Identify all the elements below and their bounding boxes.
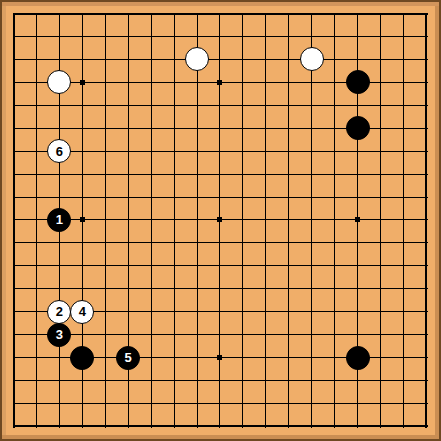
intersection[interactable] bbox=[208, 277, 231, 300]
intersection[interactable] bbox=[140, 277, 163, 300]
intersection[interactable] bbox=[346, 94, 369, 117]
intersection[interactable] bbox=[48, 48, 71, 71]
intersection[interactable] bbox=[117, 71, 140, 94]
intersection[interactable] bbox=[186, 94, 209, 117]
intersection[interactable] bbox=[186, 2, 209, 25]
intersection[interactable] bbox=[300, 323, 323, 346]
intersection[interactable] bbox=[2, 163, 25, 186]
intersection[interactable] bbox=[163, 415, 186, 438]
intersection[interactable] bbox=[25, 186, 48, 209]
intersection[interactable] bbox=[392, 346, 415, 369]
intersection[interactable] bbox=[392, 2, 415, 25]
intersection[interactable] bbox=[25, 231, 48, 254]
intersection[interactable] bbox=[346, 369, 369, 392]
intersection[interactable] bbox=[369, 231, 392, 254]
intersection[interactable] bbox=[140, 140, 163, 163]
intersection[interactable] bbox=[208, 2, 231, 25]
intersection[interactable] bbox=[392, 231, 415, 254]
intersection[interactable] bbox=[346, 2, 369, 25]
intersection[interactable] bbox=[2, 231, 25, 254]
intersection[interactable] bbox=[140, 94, 163, 117]
intersection[interactable] bbox=[231, 186, 254, 209]
intersection[interactable] bbox=[140, 117, 163, 140]
intersection[interactable] bbox=[231, 300, 254, 323]
intersection[interactable] bbox=[94, 346, 117, 369]
intersection[interactable] bbox=[25, 323, 48, 346]
stone-white[interactable] bbox=[300, 47, 324, 71]
intersection[interactable] bbox=[94, 186, 117, 209]
intersection[interactable] bbox=[323, 323, 346, 346]
intersection[interactable] bbox=[415, 71, 438, 94]
intersection[interactable] bbox=[2, 117, 25, 140]
intersection[interactable] bbox=[254, 48, 277, 71]
intersection[interactable] bbox=[323, 392, 346, 415]
intersection[interactable] bbox=[186, 254, 209, 277]
intersection[interactable] bbox=[163, 392, 186, 415]
intersection[interactable] bbox=[300, 346, 323, 369]
intersection[interactable] bbox=[300, 163, 323, 186]
intersection[interactable] bbox=[231, 208, 254, 231]
intersection[interactable] bbox=[208, 208, 231, 231]
intersection[interactable] bbox=[2, 323, 25, 346]
intersection[interactable] bbox=[254, 277, 277, 300]
intersection[interactable] bbox=[94, 254, 117, 277]
intersection[interactable] bbox=[415, 140, 438, 163]
intersection[interactable] bbox=[48, 392, 71, 415]
intersection[interactable] bbox=[25, 25, 48, 48]
stone-black[interactable] bbox=[346, 346, 370, 370]
intersection[interactable] bbox=[2, 346, 25, 369]
intersection[interactable] bbox=[300, 186, 323, 209]
intersection[interactable] bbox=[94, 94, 117, 117]
intersection[interactable] bbox=[25, 163, 48, 186]
intersection[interactable] bbox=[48, 163, 71, 186]
intersection[interactable] bbox=[140, 369, 163, 392]
intersection[interactable] bbox=[277, 415, 300, 438]
intersection[interactable] bbox=[117, 392, 140, 415]
intersection[interactable] bbox=[346, 300, 369, 323]
intersection[interactable] bbox=[71, 323, 94, 346]
intersection[interactable] bbox=[369, 323, 392, 346]
intersection[interactable] bbox=[415, 231, 438, 254]
intersection[interactable] bbox=[94, 71, 117, 94]
intersection[interactable] bbox=[117, 186, 140, 209]
intersection[interactable] bbox=[277, 25, 300, 48]
intersection[interactable] bbox=[277, 140, 300, 163]
intersection[interactable] bbox=[254, 25, 277, 48]
intersection[interactable] bbox=[117, 25, 140, 48]
intersection[interactable] bbox=[369, 94, 392, 117]
intersection[interactable] bbox=[25, 300, 48, 323]
intersection[interactable] bbox=[392, 392, 415, 415]
intersection[interactable] bbox=[231, 369, 254, 392]
intersection[interactable] bbox=[323, 2, 346, 25]
intersection[interactable] bbox=[346, 48, 369, 71]
intersection[interactable] bbox=[25, 140, 48, 163]
intersection[interactable] bbox=[415, 300, 438, 323]
intersection[interactable] bbox=[323, 254, 346, 277]
intersection[interactable] bbox=[300, 254, 323, 277]
intersection[interactable] bbox=[94, 140, 117, 163]
intersection[interactable] bbox=[48, 71, 71, 94]
intersection[interactable] bbox=[231, 254, 254, 277]
intersection[interactable] bbox=[2, 48, 25, 71]
intersection[interactable] bbox=[346, 140, 369, 163]
intersection[interactable] bbox=[346, 277, 369, 300]
intersection[interactable] bbox=[277, 254, 300, 277]
intersection[interactable] bbox=[117, 415, 140, 438]
intersection[interactable] bbox=[140, 208, 163, 231]
intersection[interactable] bbox=[323, 48, 346, 71]
intersection[interactable] bbox=[300, 71, 323, 94]
intersection[interactable] bbox=[415, 277, 438, 300]
intersection[interactable] bbox=[323, 117, 346, 140]
intersection[interactable] bbox=[231, 415, 254, 438]
intersection[interactable] bbox=[369, 163, 392, 186]
intersection[interactable] bbox=[415, 48, 438, 71]
intersection[interactable] bbox=[2, 208, 25, 231]
intersection[interactable] bbox=[392, 48, 415, 71]
intersection[interactable] bbox=[117, 300, 140, 323]
intersection[interactable] bbox=[369, 392, 392, 415]
intersection[interactable] bbox=[369, 2, 392, 25]
intersection[interactable] bbox=[117, 323, 140, 346]
intersection[interactable] bbox=[277, 392, 300, 415]
intersection[interactable] bbox=[277, 323, 300, 346]
intersection[interactable] bbox=[94, 392, 117, 415]
stone-black[interactable] bbox=[346, 116, 370, 140]
intersection[interactable] bbox=[300, 300, 323, 323]
intersection[interactable] bbox=[71, 392, 94, 415]
intersection[interactable] bbox=[163, 346, 186, 369]
intersection[interactable] bbox=[140, 25, 163, 48]
intersection[interactable] bbox=[140, 415, 163, 438]
intersection[interactable] bbox=[117, 231, 140, 254]
intersection[interactable] bbox=[208, 186, 231, 209]
intersection[interactable] bbox=[254, 2, 277, 25]
intersection[interactable] bbox=[277, 346, 300, 369]
intersection[interactable] bbox=[208, 369, 231, 392]
intersection[interactable] bbox=[300, 392, 323, 415]
intersection[interactable] bbox=[186, 208, 209, 231]
intersection[interactable] bbox=[231, 231, 254, 254]
intersection[interactable] bbox=[71, 254, 94, 277]
intersection[interactable] bbox=[254, 163, 277, 186]
intersection[interactable] bbox=[186, 231, 209, 254]
intersection[interactable] bbox=[71, 208, 94, 231]
intersection[interactable] bbox=[94, 369, 117, 392]
intersection[interactable] bbox=[71, 163, 94, 186]
intersection[interactable] bbox=[71, 94, 94, 117]
stone-white-2[interactable]: 2 bbox=[47, 300, 71, 324]
intersection[interactable] bbox=[369, 346, 392, 369]
intersection[interactable] bbox=[346, 254, 369, 277]
intersection[interactable] bbox=[392, 277, 415, 300]
intersection[interactable] bbox=[208, 300, 231, 323]
intersection[interactable] bbox=[71, 117, 94, 140]
intersection[interactable] bbox=[415, 346, 438, 369]
intersection[interactable] bbox=[208, 140, 231, 163]
intersection[interactable] bbox=[94, 117, 117, 140]
intersection[interactable] bbox=[94, 25, 117, 48]
intersection[interactable] bbox=[117, 208, 140, 231]
intersection[interactable] bbox=[48, 231, 71, 254]
intersection[interactable] bbox=[163, 186, 186, 209]
intersection[interactable] bbox=[392, 323, 415, 346]
intersection[interactable] bbox=[163, 48, 186, 71]
intersection[interactable] bbox=[300, 48, 323, 71]
intersection[interactable] bbox=[186, 25, 209, 48]
intersection[interactable] bbox=[323, 140, 346, 163]
intersection[interactable] bbox=[231, 94, 254, 117]
intersection[interactable] bbox=[117, 117, 140, 140]
intersection[interactable] bbox=[369, 140, 392, 163]
intersection[interactable] bbox=[94, 231, 117, 254]
intersection[interactable] bbox=[323, 94, 346, 117]
intersection[interactable] bbox=[415, 415, 438, 438]
intersection[interactable] bbox=[415, 392, 438, 415]
intersection[interactable] bbox=[48, 346, 71, 369]
intersection[interactable] bbox=[94, 277, 117, 300]
intersection[interactable] bbox=[254, 71, 277, 94]
intersection[interactable] bbox=[2, 2, 25, 25]
stone-black[interactable] bbox=[346, 70, 370, 94]
intersection[interactable] bbox=[208, 163, 231, 186]
intersection[interactable] bbox=[369, 71, 392, 94]
intersection[interactable] bbox=[2, 186, 25, 209]
intersection[interactable] bbox=[25, 415, 48, 438]
intersection[interactable] bbox=[231, 71, 254, 94]
intersection[interactable] bbox=[323, 346, 346, 369]
intersection[interactable] bbox=[140, 323, 163, 346]
intersection[interactable] bbox=[415, 25, 438, 48]
intersection[interactable] bbox=[254, 254, 277, 277]
intersection[interactable] bbox=[208, 415, 231, 438]
intersection[interactable] bbox=[71, 25, 94, 48]
intersection[interactable] bbox=[277, 300, 300, 323]
intersection[interactable] bbox=[2, 415, 25, 438]
intersection[interactable]: 4 bbox=[71, 300, 94, 323]
intersection[interactable] bbox=[277, 208, 300, 231]
intersection[interactable] bbox=[254, 94, 277, 117]
intersection[interactable] bbox=[140, 71, 163, 94]
intersection[interactable] bbox=[300, 25, 323, 48]
intersection[interactable] bbox=[71, 346, 94, 369]
stone-white[interactable] bbox=[185, 47, 209, 71]
intersection[interactable] bbox=[231, 117, 254, 140]
intersection[interactable] bbox=[392, 254, 415, 277]
intersection[interactable] bbox=[94, 415, 117, 438]
intersection[interactable] bbox=[48, 254, 71, 277]
intersection[interactable] bbox=[392, 300, 415, 323]
intersection[interactable] bbox=[208, 94, 231, 117]
intersection[interactable] bbox=[415, 186, 438, 209]
intersection[interactable] bbox=[163, 254, 186, 277]
intersection[interactable] bbox=[346, 231, 369, 254]
intersection[interactable] bbox=[25, 254, 48, 277]
intersection[interactable] bbox=[208, 117, 231, 140]
stone-white-6[interactable]: 6 bbox=[47, 139, 71, 163]
intersection[interactable] bbox=[140, 48, 163, 71]
intersection[interactable] bbox=[415, 163, 438, 186]
intersection[interactable] bbox=[140, 346, 163, 369]
intersection[interactable] bbox=[117, 254, 140, 277]
intersection[interactable] bbox=[346, 346, 369, 369]
intersection[interactable] bbox=[346, 117, 369, 140]
intersection[interactable] bbox=[71, 369, 94, 392]
intersection[interactable] bbox=[48, 369, 71, 392]
intersection[interactable] bbox=[71, 415, 94, 438]
intersection[interactable] bbox=[2, 254, 25, 277]
stone-black-3[interactable]: 3 bbox=[47, 323, 71, 347]
intersection[interactable]: 6 bbox=[48, 140, 71, 163]
intersection[interactable] bbox=[231, 346, 254, 369]
intersection[interactable] bbox=[369, 25, 392, 48]
intersection[interactable] bbox=[163, 2, 186, 25]
intersection[interactable] bbox=[2, 71, 25, 94]
intersection[interactable] bbox=[277, 71, 300, 94]
intersection[interactable] bbox=[369, 48, 392, 71]
intersection[interactable] bbox=[277, 369, 300, 392]
intersection[interactable] bbox=[25, 48, 48, 71]
intersection[interactable] bbox=[254, 186, 277, 209]
intersection[interactable] bbox=[231, 2, 254, 25]
intersection[interactable] bbox=[369, 415, 392, 438]
intersection[interactable] bbox=[163, 94, 186, 117]
intersection[interactable] bbox=[163, 369, 186, 392]
intersection[interactable] bbox=[94, 48, 117, 71]
intersection[interactable] bbox=[208, 25, 231, 48]
intersection[interactable] bbox=[254, 117, 277, 140]
intersection[interactable] bbox=[369, 300, 392, 323]
intersection[interactable] bbox=[323, 369, 346, 392]
intersection[interactable] bbox=[346, 71, 369, 94]
intersection[interactable] bbox=[2, 369, 25, 392]
intersection[interactable] bbox=[48, 277, 71, 300]
intersection[interactable] bbox=[71, 71, 94, 94]
intersection[interactable] bbox=[2, 392, 25, 415]
intersection[interactable] bbox=[2, 140, 25, 163]
intersection[interactable] bbox=[208, 254, 231, 277]
intersection[interactable] bbox=[277, 94, 300, 117]
intersection[interactable] bbox=[208, 392, 231, 415]
intersection[interactable] bbox=[415, 369, 438, 392]
intersection[interactable] bbox=[2, 300, 25, 323]
intersection[interactable] bbox=[392, 71, 415, 94]
intersection[interactable] bbox=[186, 277, 209, 300]
intersection[interactable] bbox=[163, 208, 186, 231]
intersection[interactable] bbox=[140, 392, 163, 415]
intersection[interactable] bbox=[71, 48, 94, 71]
intersection[interactable] bbox=[117, 163, 140, 186]
intersection[interactable] bbox=[346, 323, 369, 346]
intersection[interactable] bbox=[94, 208, 117, 231]
intersection[interactable] bbox=[117, 2, 140, 25]
intersection[interactable] bbox=[323, 25, 346, 48]
intersection[interactable] bbox=[2, 25, 25, 48]
intersection[interactable] bbox=[300, 140, 323, 163]
intersection[interactable] bbox=[163, 25, 186, 48]
intersection[interactable] bbox=[71, 2, 94, 25]
intersection[interactable] bbox=[140, 186, 163, 209]
intersection[interactable] bbox=[231, 392, 254, 415]
stone-white[interactable] bbox=[47, 70, 71, 94]
intersection[interactable] bbox=[163, 323, 186, 346]
intersection[interactable] bbox=[163, 300, 186, 323]
intersection[interactable] bbox=[300, 231, 323, 254]
intersection[interactable] bbox=[25, 392, 48, 415]
intersection[interactable]: 3 bbox=[48, 323, 71, 346]
intersection[interactable] bbox=[277, 2, 300, 25]
intersection[interactable] bbox=[25, 277, 48, 300]
intersection[interactable] bbox=[186, 323, 209, 346]
intersection[interactable] bbox=[277, 163, 300, 186]
intersection[interactable] bbox=[392, 117, 415, 140]
intersection[interactable] bbox=[415, 117, 438, 140]
intersection[interactable] bbox=[48, 186, 71, 209]
intersection[interactable] bbox=[208, 323, 231, 346]
intersection[interactable] bbox=[186, 117, 209, 140]
intersection[interactable] bbox=[208, 71, 231, 94]
intersection[interactable] bbox=[300, 208, 323, 231]
intersection[interactable] bbox=[369, 254, 392, 277]
intersection[interactable] bbox=[140, 2, 163, 25]
intersection[interactable] bbox=[25, 94, 48, 117]
intersection[interactable] bbox=[277, 117, 300, 140]
intersection[interactable] bbox=[300, 369, 323, 392]
intersection[interactable] bbox=[323, 163, 346, 186]
intersection[interactable] bbox=[231, 277, 254, 300]
intersection[interactable] bbox=[25, 2, 48, 25]
intersection[interactable] bbox=[392, 163, 415, 186]
intersection[interactable] bbox=[300, 117, 323, 140]
intersection[interactable] bbox=[186, 346, 209, 369]
intersection[interactable] bbox=[346, 392, 369, 415]
intersection[interactable] bbox=[25, 346, 48, 369]
intersection[interactable] bbox=[369, 117, 392, 140]
intersection[interactable] bbox=[25, 369, 48, 392]
intersection[interactable] bbox=[323, 415, 346, 438]
intersection[interactable] bbox=[277, 48, 300, 71]
intersection[interactable] bbox=[254, 369, 277, 392]
intersection[interactable] bbox=[117, 140, 140, 163]
intersection[interactable] bbox=[231, 163, 254, 186]
intersection[interactable] bbox=[277, 277, 300, 300]
intersection[interactable] bbox=[186, 71, 209, 94]
intersection[interactable] bbox=[71, 186, 94, 209]
intersection[interactable] bbox=[2, 94, 25, 117]
intersection[interactable] bbox=[208, 48, 231, 71]
intersection[interactable] bbox=[369, 369, 392, 392]
intersection[interactable] bbox=[300, 415, 323, 438]
intersection[interactable] bbox=[186, 140, 209, 163]
intersection[interactable] bbox=[231, 25, 254, 48]
intersection[interactable] bbox=[254, 140, 277, 163]
intersection[interactable] bbox=[25, 71, 48, 94]
intersection[interactable] bbox=[415, 254, 438, 277]
intersection[interactable] bbox=[25, 117, 48, 140]
intersection[interactable] bbox=[346, 25, 369, 48]
intersection[interactable] bbox=[392, 94, 415, 117]
intersection[interactable] bbox=[186, 415, 209, 438]
intersection[interactable] bbox=[48, 25, 71, 48]
intersection[interactable] bbox=[415, 208, 438, 231]
intersection[interactable] bbox=[254, 392, 277, 415]
intersection[interactable] bbox=[392, 369, 415, 392]
intersection[interactable] bbox=[48, 2, 71, 25]
intersection[interactable] bbox=[231, 48, 254, 71]
intersection[interactable] bbox=[254, 323, 277, 346]
